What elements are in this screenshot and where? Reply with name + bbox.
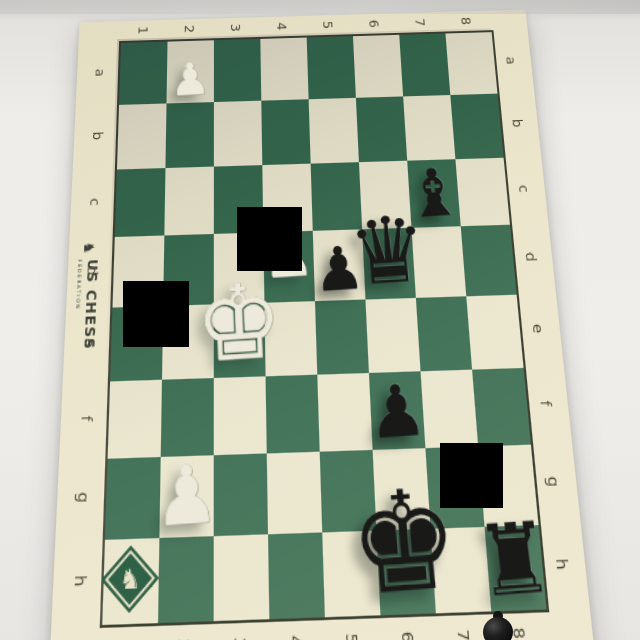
square-a4[interactable] [260, 38, 308, 101]
square-g4[interactable] [267, 452, 322, 535]
piece-white-pawn-a2[interactable]: ♟ [170, 57, 211, 103]
rank-label-bottom-3: 3 [229, 631, 249, 640]
square-f6[interactable]: ♟ [369, 371, 425, 450]
file-label-left-h: h [70, 569, 90, 592]
file-label-left-e: e [80, 332, 99, 352]
square-a3[interactable] [214, 39, 261, 102]
square-e3[interactable]: ♚ [214, 303, 266, 378]
piece-black-rook-h8[interactable]: ♜ [472, 509, 559, 612]
rank-label-top-7: 7 [411, 14, 428, 30]
rank-label-top-6: 6 [365, 16, 382, 32]
square-c1[interactable] [115, 168, 166, 237]
knight-crest-icon: ♞ [81, 241, 98, 255]
square-a5[interactable] [307, 36, 356, 99]
square-b8[interactable] [450, 94, 503, 160]
table-edge-shading [0, 0, 640, 14]
square-c2[interactable] [164, 167, 214, 236]
square-f5[interactable] [317, 373, 372, 452]
square-b7[interactable] [403, 95, 455, 161]
file-label-left-g: g [73, 486, 93, 508]
file-label-right-f: f [535, 392, 555, 413]
square-f8[interactable] [472, 368, 531, 446]
square-b6[interactable] [356, 96, 407, 162]
square-h3[interactable] [214, 534, 270, 621]
piece-white-king-e3[interactable]: ♚ [195, 269, 285, 379]
square-f7[interactable] [421, 370, 479, 449]
file-label-right-g: g [543, 470, 564, 492]
file-label-left-f: f [77, 407, 96, 428]
square-e5[interactable] [315, 300, 369, 375]
file-label-left-c: c [86, 192, 104, 210]
square-f3[interactable] [214, 376, 267, 455]
corner-knight-logo: ♞ [105, 542, 155, 616]
square-h8[interactable]: ♜ [485, 525, 547, 611]
square-b5[interactable] [309, 98, 359, 164]
rank-label-bottom-5: 5 [341, 627, 361, 640]
piece-black-pawn-f6[interactable]: ♟ [365, 374, 429, 450]
square-b2[interactable] [165, 102, 213, 168]
file-label-right-e: e [528, 318, 548, 338]
rank-label-top-5: 5 [319, 17, 336, 33]
square-g1[interactable] [105, 457, 161, 540]
square-d6[interactable]: ♛ [362, 228, 416, 300]
censor-box-e2 [123, 281, 189, 347]
rank-label-bottom-7: 7 [452, 624, 473, 640]
piece-black-queen-d6[interactable]: ♛ [346, 204, 431, 300]
file-label-right-b: b [508, 114, 526, 131]
rank-label-bottom-6: 6 [397, 625, 418, 640]
square-a2[interactable]: ♟ [167, 40, 214, 103]
file-label-right-c: c [514, 179, 533, 197]
file-label-left-b: b [89, 127, 106, 144]
rank-label-top-1: 1 [134, 22, 150, 38]
square-e7[interactable] [416, 296, 472, 371]
square-f4[interactable] [266, 375, 320, 454]
knight-icon: ♞ [119, 565, 141, 594]
rank-label-bottom-4: 4 [285, 629, 305, 640]
file-label-right-d: d [521, 247, 540, 266]
rank-label-top-3: 3 [227, 20, 243, 36]
square-a8[interactable] [445, 32, 497, 95]
square-h2[interactable] [158, 536, 214, 623]
pawn-head-icon [483, 617, 513, 640]
square-a7[interactable] [399, 33, 450, 96]
square-h6[interactable]: ♚ [376, 529, 435, 616]
photo-scene: ♞ US CHESS FEDERATION ♟♝♟♟♛♚♟♟♚♜ 1122334… [0, 0, 640, 640]
file-label-left-d: d [83, 261, 101, 280]
file-label-left-a: a [91, 64, 108, 81]
file-label-right-a: a [502, 52, 520, 69]
square-d8[interactable] [461, 225, 517, 297]
rank-label-bottom-1: 1 [117, 635, 137, 640]
rank-label-top-8: 8 [457, 13, 474, 29]
square-a6[interactable] [353, 35, 403, 98]
square-e8[interactable] [466, 295, 523, 370]
square-e6[interactable] [365, 298, 420, 373]
rank-label-bottom-2: 2 [173, 633, 193, 640]
censor-box-g7 [440, 443, 503, 508]
square-b3[interactable] [214, 101, 262, 167]
square-b1[interactable] [117, 103, 167, 169]
square-b4[interactable] [261, 99, 310, 165]
square-f1[interactable] [108, 380, 162, 459]
rank-label-top-4: 4 [273, 18, 289, 34]
rank-label-top-2: 2 [181, 21, 197, 37]
square-f2[interactable] [161, 378, 214, 457]
censor-box-d4 [237, 207, 302, 271]
offboard-black-piece[interactable] [477, 611, 519, 640]
square-h4[interactable] [268, 532, 325, 619]
square-g3[interactable] [214, 453, 268, 536]
piece-white-pawn-g2[interactable]: ♟ [154, 453, 220, 538]
square-a1[interactable] [119, 42, 167, 105]
square-g2[interactable]: ♟ [159, 455, 213, 538]
